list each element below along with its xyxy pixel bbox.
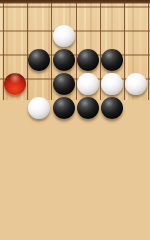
black-stone [53,97,75,100]
red-stone [4,73,26,95]
black-stone [101,97,123,100]
black-stone [77,97,99,100]
board-top-edge [0,0,150,3]
game-board[interactable] [0,0,150,100]
black-stone [77,49,99,71]
white-stone [125,73,147,95]
black-stone [101,49,123,71]
white-stone [77,73,99,95]
white-stone [53,25,75,47]
white-stone [101,73,123,95]
black-stone [28,49,50,71]
black-stone [53,49,75,71]
white-stone [28,97,50,100]
black-stone [53,73,75,95]
